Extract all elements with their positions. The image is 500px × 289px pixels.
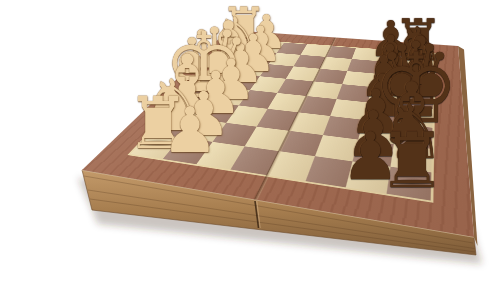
piece-black-rook-h8[interactable]: ♜: [378, 123, 446, 199]
product-photo-scene: ♜♟♟♞♜♟♝♞♟♟♟♛♟♝♚♟♟♛♝♟♟♚♞♟♟♝♜♟♟♞♟♜: [0, 0, 500, 289]
piece-white-pawn-h2[interactable]: ♟: [162, 100, 218, 163]
pieces-layer: ♜♟♟♞♜♟♝♞♟♟♟♛♟♝♚♟♟♛♝♟♟♚♞♟♟♝♜♟♟♞♟♜: [0, 0, 500, 289]
